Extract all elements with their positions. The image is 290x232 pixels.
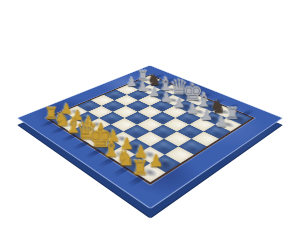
chess-board: ♜♞♝♛♚♝♞♜♟♟♟♟♟♟♟♟♟♟♟♟♟♟♟♟♜♞♝♛♚♝♞♜ (17, 65, 283, 209)
square-h4 (178, 139, 206, 155)
board-grid: ♜♞♝♛♚♝♞♜♟♟♟♟♟♟♟♟♟♟♟♟♟♟♟♟♜♞♝♛♚♝♞♜ (45, 75, 254, 185)
square-d5 (138, 106, 163, 118)
piece-black-pawn: ♟ (212, 114, 231, 129)
piece-white-rook: ♜ (129, 159, 151, 179)
chess-set-product-photo: ♜♞♝♛♚♝♞♜♟♟♟♟♟♟♟♟♟♟♟♟♟♟♟♟♜♞♝♛♚♝♞♜ (0, 0, 290, 232)
board-scene: ♜♞♝♛♚♝♞♜♟♟♟♟♟♟♟♟♟♟♟♟♟♟♟♟♜♞♝♛♚♝♞♜ (0, 0, 290, 232)
square-h3 (165, 146, 194, 163)
piece-reflection (242, 109, 255, 116)
square-f4 (150, 125, 177, 139)
